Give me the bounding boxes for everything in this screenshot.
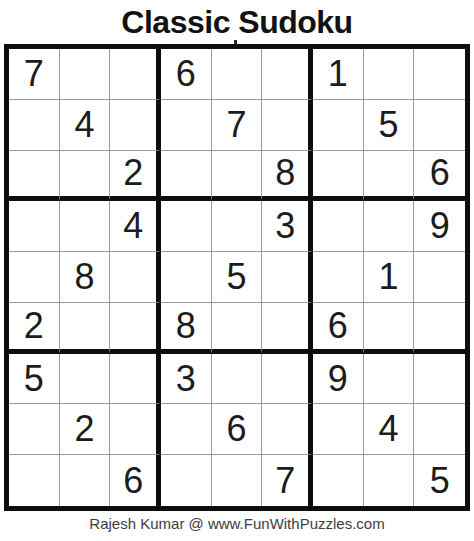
cell-r7c7: 9: [313, 354, 364, 405]
cell-r7c8: [364, 354, 415, 405]
cell-r5c7: [313, 252, 364, 303]
cell-r9c6: 7: [262, 455, 313, 506]
cell-r6c3: [110, 303, 161, 354]
cell-r5c9: [414, 252, 465, 303]
cell-r4c3: 4: [110, 201, 161, 252]
cell-r6c9: [414, 303, 465, 354]
page-title: Classic Sudoku: [0, 0, 474, 44]
cell-r6c6: [262, 303, 313, 354]
cell-r5c3: [110, 252, 161, 303]
cell-r1c9: [414, 49, 465, 100]
cell-r7c9: [414, 354, 465, 405]
cell-r7c1: 5: [9, 354, 60, 405]
cell-r7c4: 3: [161, 354, 212, 405]
cell-r3c7: [313, 151, 364, 202]
cell-r5c8: 1: [364, 252, 415, 303]
cell-r9c5: [212, 455, 263, 506]
cell-r6c1: 2: [9, 303, 60, 354]
cell-r4c8: [364, 201, 415, 252]
cell-r1c2: [60, 49, 111, 100]
cell-r9c4: [161, 455, 212, 506]
cell-r3c2: [60, 151, 111, 202]
cell-r8c9: [414, 404, 465, 455]
cell-r2c4: [161, 100, 212, 151]
cell-r1c4: 6: [161, 49, 212, 100]
cell-r3c9: 6: [414, 151, 465, 202]
cell-r4c9: 9: [414, 201, 465, 252]
cell-r2c7: [313, 100, 364, 151]
cell-r1c8: [364, 49, 415, 100]
cell-r3c6: 8: [262, 151, 313, 202]
cell-r7c2: [60, 354, 111, 405]
cell-r6c7: 6: [313, 303, 364, 354]
cell-r1c3: [110, 49, 161, 100]
cell-r5c4: [161, 252, 212, 303]
cell-r3c3: 2: [110, 151, 161, 202]
cell-r9c8: [364, 455, 415, 506]
cell-r6c2: [60, 303, 111, 354]
cell-r4c1: [9, 201, 60, 252]
cell-r4c7: [313, 201, 364, 252]
cell-r8c1: [9, 404, 60, 455]
credit-text: Rajesh Kumar @ www.FunWithPuzzles.com: [0, 515, 474, 532]
cell-r6c8: [364, 303, 415, 354]
cell-r4c4: [161, 201, 212, 252]
cell-r5c2: 8: [60, 252, 111, 303]
cell-r6c4: 8: [161, 303, 212, 354]
cell-r6c5: [212, 303, 263, 354]
cell-r9c7: [313, 455, 364, 506]
cell-r3c5: [212, 151, 263, 202]
cell-r9c3: 6: [110, 455, 161, 506]
cell-r2c9: [414, 100, 465, 151]
sudoku-board: 7 6 1 4 7 5 2 8 6 4 3 9 8 5 1 2 8 6 5 3: [4, 44, 470, 511]
cell-r8c2: 2: [60, 404, 111, 455]
cell-r2c6: [262, 100, 313, 151]
cell-r1c1: 7: [9, 49, 60, 100]
cell-r8c4: [161, 404, 212, 455]
cell-r8c8: 4: [364, 404, 415, 455]
cell-r2c3: [110, 100, 161, 151]
cell-r5c5: 5: [212, 252, 263, 303]
cell-r4c2: [60, 201, 111, 252]
cell-r9c1: [9, 455, 60, 506]
cell-r9c9: 5: [414, 455, 465, 506]
cell-r4c5: [212, 201, 263, 252]
cell-r5c6: [262, 252, 313, 303]
cell-r5c1: [9, 252, 60, 303]
cell-r8c6: [262, 404, 313, 455]
cell-r1c5: [212, 49, 263, 100]
cell-r3c4: [161, 151, 212, 202]
cell-r3c1: [9, 151, 60, 202]
cell-r8c7: [313, 404, 364, 455]
cell-r8c3: [110, 404, 161, 455]
cell-r2c8: 5: [364, 100, 415, 151]
cell-r8c5: 6: [212, 404, 263, 455]
cell-r7c6: [262, 354, 313, 405]
cell-r7c5: [212, 354, 263, 405]
cell-r2c2: 4: [60, 100, 111, 151]
cell-r9c2: [60, 455, 111, 506]
cell-r1c6: [262, 49, 313, 100]
cell-r2c5: 7: [212, 100, 263, 151]
cell-r3c8: [364, 151, 415, 202]
cell-r2c1: [9, 100, 60, 151]
cell-r1c7: 1: [313, 49, 364, 100]
cell-r4c6: 3: [262, 201, 313, 252]
cell-r7c3: [110, 354, 161, 405]
